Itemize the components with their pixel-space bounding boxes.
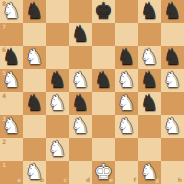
square-h2[interactable] [161,138,184,161]
square-h4[interactable] [161,92,184,115]
white-king[interactable]: ♚ [94,161,113,184]
square-e1[interactable]: e♚ [92,161,115,184]
square-d2[interactable] [69,138,92,161]
square-g3[interactable] [138,115,161,138]
square-f3[interactable]: ♞ [115,115,138,138]
white-knight[interactable]: ♞ [140,46,159,69]
white-knight[interactable]: ♞ [71,69,90,92]
white-knight[interactable]: ♞ [2,0,21,23]
square-f5[interactable]: ♞ [115,69,138,92]
square-g4[interactable]: ♞ [138,92,161,115]
square-e7[interactable] [92,23,115,46]
black-knight[interactable]: ♞ [163,0,182,23]
square-h1[interactable]: h [161,161,184,184]
black-knight[interactable]: ♞ [48,69,67,92]
rank-label-4: 4 [2,93,6,99]
square-b8[interactable]: ♞ [23,0,46,23]
square-a4[interactable]: 4 [0,92,23,115]
square-a3[interactable]: 3♞ [0,115,23,138]
black-king[interactable]: ♚ [94,0,113,23]
white-knight[interactable]: ♞ [2,115,21,138]
square-b6[interactable]: ♞ [23,46,46,69]
square-d6[interactable] [69,46,92,69]
square-a7[interactable]: 7 [0,23,23,46]
square-d1[interactable]: d [69,161,92,184]
white-knight[interactable]: ♞ [71,115,90,138]
square-c8[interactable] [46,0,69,23]
white-knight[interactable]: ♞ [117,69,136,92]
square-g1[interactable]: g♞ [138,161,161,184]
black-knight[interactable]: ♞ [140,0,159,23]
white-knight[interactable]: ♞ [25,46,44,69]
file-label-c: c [63,177,67,183]
square-h3[interactable]: ♞ [161,115,184,138]
black-knight[interactable]: ♞ [25,0,44,23]
square-g5[interactable]: ♞ [138,69,161,92]
square-c4[interactable]: ♞ [46,92,69,115]
square-e5[interactable]: ♞ [92,69,115,92]
black-knight[interactable]: ♞ [25,92,44,115]
black-knight[interactable]: ♞ [2,46,21,69]
square-f7[interactable] [115,23,138,46]
square-a5[interactable]: 5♞ [0,69,23,92]
black-knight[interactable]: ♞ [117,46,136,69]
file-label-h: h [178,177,182,183]
white-knight[interactable]: ♞ [140,161,159,184]
square-g6[interactable]: ♞ [138,46,161,69]
white-knight[interactable]: ♞ [163,69,182,92]
square-e2[interactable] [92,138,115,161]
black-knight[interactable]: ♞ [140,92,159,115]
square-c3[interactable] [46,115,69,138]
square-a6[interactable]: 6♞ [0,46,23,69]
square-b1[interactable]: b♞ [23,161,46,184]
white-knight[interactable]: ♞ [2,69,21,92]
white-knight[interactable]: ♞ [25,161,44,184]
square-d8[interactable] [69,0,92,23]
file-label-a: a [17,177,21,183]
square-c5[interactable]: ♞ [46,69,69,92]
white-knight[interactable]: ♞ [163,115,182,138]
square-e6[interactable] [92,46,115,69]
square-g8[interactable]: ♞ [138,0,161,23]
file-label-d: d [86,177,90,183]
rank-label-2: 2 [2,139,6,145]
white-knight[interactable]: ♞ [117,92,136,115]
square-b2[interactable] [23,138,46,161]
black-knight[interactable]: ♞ [71,92,90,115]
white-knight[interactable]: ♞ [48,92,67,115]
square-g2[interactable] [138,138,161,161]
square-d5[interactable]: ♞ [69,69,92,92]
rank-label-7: 7 [2,24,6,30]
rank-label-1: 1 [2,162,6,168]
square-f8[interactable] [115,0,138,23]
square-e8[interactable]: ♚ [92,0,115,23]
black-knight[interactable]: ♞ [163,46,182,69]
white-knight[interactable]: ♞ [117,115,136,138]
square-c2[interactable]: ♞ [46,138,69,161]
square-e4[interactable] [92,92,115,115]
square-c7[interactable] [46,23,69,46]
file-label-f: f [133,177,136,183]
square-e3[interactable] [92,115,115,138]
square-f4[interactable]: ♞ [115,92,138,115]
black-knight[interactable]: ♞ [140,69,159,92]
black-knight[interactable]: ♞ [71,23,90,46]
chess-board: 8♞♞♚♞♞7♞6♞♞♞♞♞5♞♞♞♞♞♞♞4♞♞♞♞♞3♞♞♞♞2♞1ab♞c… [0,0,184,184]
white-knight[interactable]: ♞ [48,138,67,161]
square-d7[interactable]: ♞ [69,23,92,46]
square-h7[interactable] [161,23,184,46]
square-h5[interactable]: ♞ [161,69,184,92]
square-b3[interactable] [23,115,46,138]
black-knight[interactable]: ♞ [94,69,113,92]
square-h8[interactable]: ♞ [161,0,184,23]
square-b7[interactable] [23,23,46,46]
square-d3[interactable]: ♞ [69,115,92,138]
square-c1[interactable]: c [46,161,69,184]
square-d4[interactable]: ♞ [69,92,92,115]
square-h6[interactable]: ♞ [161,46,184,69]
square-f1[interactable]: f [115,161,138,184]
square-b4[interactable]: ♞ [23,92,46,115]
square-c6[interactable] [46,46,69,69]
square-g7[interactable] [138,23,161,46]
square-f2[interactable] [115,138,138,161]
square-a1[interactable]: 1a [0,161,23,184]
square-f6[interactable]: ♞ [115,46,138,69]
square-a2[interactable]: 2 [0,138,23,161]
square-a8[interactable]: 8♞ [0,0,23,23]
square-b5[interactable] [23,69,46,92]
